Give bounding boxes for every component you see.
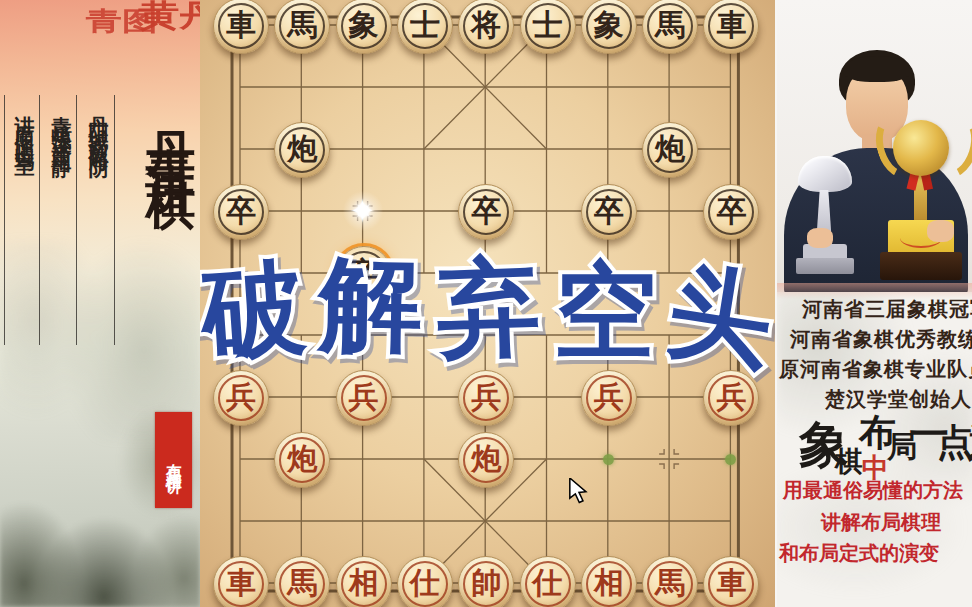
bio-line: 河南省象棋优秀教练员 bbox=[790, 326, 972, 353]
hair-fringe bbox=[843, 56, 911, 82]
piece-black-horse[interactable]: 馬 bbox=[642, 0, 698, 54]
column-divider bbox=[39, 95, 40, 345]
last-move-sparkle bbox=[340, 188, 386, 234]
piece-black-elephant[interactable]: 象 bbox=[336, 0, 392, 54]
piece-black-soldier[interactable]: 卒 bbox=[213, 184, 269, 240]
piece-black-soldier[interactable]: 卒 bbox=[703, 184, 759, 240]
channel-title: 丹青讲棋 bbox=[138, 92, 200, 156]
poem-line: 讲席旧逢山鸟至 bbox=[12, 100, 39, 149]
gold-trophy-ball bbox=[893, 120, 949, 176]
poem-line: 青嶂浅深当雨静 bbox=[49, 100, 76, 149]
piece-red-elephant[interactable]: 相 bbox=[581, 556, 637, 607]
bio-line: 楚汉学堂创始人 bbox=[825, 386, 972, 413]
slogan-line: 用最通俗易懂的方法 bbox=[783, 477, 963, 504]
slogan-line: 和布局定式的演变 bbox=[779, 540, 939, 567]
video-title-overlay: 破 解 弃 空 头 bbox=[202, 248, 774, 398]
mouse-cursor bbox=[568, 478, 590, 504]
piece-red-advisor[interactable]: 仕 bbox=[397, 556, 453, 607]
poem-line: 丹阳城南秋海阴 bbox=[86, 100, 113, 149]
hand bbox=[807, 228, 833, 248]
piece-red-chariot[interactable]: 車 bbox=[703, 556, 759, 607]
silver-trophy-base bbox=[796, 258, 854, 274]
piece-black-elephant[interactable]: 象 bbox=[581, 0, 637, 54]
series-banner: 布局精讲 bbox=[155, 412, 192, 508]
left-decor-panel: 青图 黄丹 丹阳城南秋海阴 青嶂浅深当雨静 讲席旧逢山鸟至 丹青讲棋 布局精讲 bbox=[0, 0, 200, 607]
bio-line: 河南省三届象棋冠军 bbox=[802, 296, 972, 323]
piece-red-chariot[interactable]: 車 bbox=[213, 556, 269, 607]
piece-red-cannon[interactable]: 炮 bbox=[458, 432, 514, 488]
video-thumbnail: 青图 黄丹 丹阳城南秋海阴 青嶂浅深当雨静 讲席旧逢山鸟至 丹青讲棋 布局精讲 … bbox=[0, 0, 972, 607]
slogan-line: 讲解布局棋理 bbox=[821, 509, 941, 536]
move-hint-dot[interactable] bbox=[603, 454, 614, 465]
piece-black-cannon[interactable]: 炮 bbox=[274, 122, 330, 178]
red-seal-stamp: 黄丹 bbox=[138, 0, 200, 32]
piece-black-soldier[interactable]: 卒 bbox=[458, 184, 514, 240]
piece-black-soldier[interactable]: 卒 bbox=[581, 184, 637, 240]
piece-red-general[interactable]: 帥 bbox=[458, 556, 514, 607]
column-divider bbox=[114, 95, 115, 345]
piece-black-advisor[interactable]: 士 bbox=[520, 0, 576, 54]
column-divider bbox=[76, 95, 77, 345]
piece-black-cannon[interactable]: 炮 bbox=[642, 122, 698, 178]
column-divider bbox=[4, 95, 5, 345]
board-area: 車馬象士将士象馬車炮炮卒卒卒卒卒兵兵兵兵兵炮炮車馬相仕帥仕相馬車 破 解 弃 空… bbox=[200, 0, 775, 607]
presenter-photo bbox=[777, 0, 972, 292]
piece-black-chariot[interactable]: 車 bbox=[213, 0, 269, 54]
logo-char: 点 bbox=[937, 424, 972, 461]
piece-red-cannon[interactable]: 炮 bbox=[274, 432, 330, 488]
piece-red-elephant[interactable]: 相 bbox=[336, 556, 392, 607]
piece-black-advisor[interactable]: 士 bbox=[397, 0, 453, 54]
piece-red-horse[interactable]: 馬 bbox=[274, 556, 330, 607]
piece-red-advisor[interactable]: 仕 bbox=[520, 556, 576, 607]
presenter-panel: 河南省三届象棋冠军 河南省象棋优秀教练员 原河南省象棋专业队员 楚汉学堂创始人 … bbox=[775, 0, 972, 607]
piece-red-horse[interactable]: 馬 bbox=[642, 556, 698, 607]
hand bbox=[927, 220, 954, 242]
gold-trophy-base bbox=[880, 252, 962, 280]
bio-line: 原河南省象棋专业队员 bbox=[779, 356, 972, 383]
